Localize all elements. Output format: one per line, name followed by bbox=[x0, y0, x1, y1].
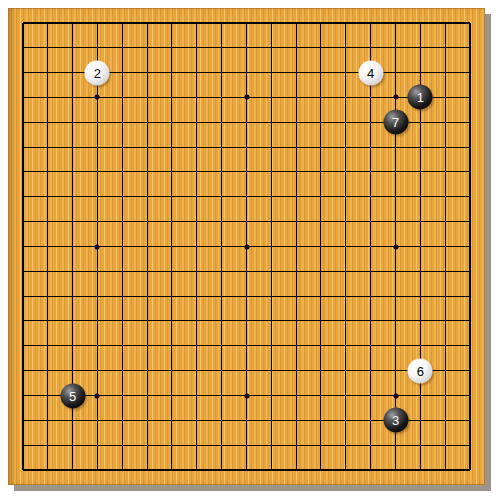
grid-line-horizontal bbox=[23, 271, 470, 272]
star-point bbox=[393, 393, 398, 398]
grid-line-vertical bbox=[345, 23, 346, 470]
grid-line-horizontal bbox=[23, 296, 470, 297]
grid-line-vertical bbox=[271, 23, 272, 470]
go-board[interactable]: 1234567 bbox=[8, 8, 485, 485]
move-number: 3 bbox=[392, 414, 399, 427]
star-point bbox=[244, 95, 249, 100]
grid-line-horizontal bbox=[23, 445, 470, 446]
grid-line-horizontal bbox=[23, 370, 470, 371]
star-point bbox=[393, 244, 398, 249]
grid-line-horizontal bbox=[23, 320, 470, 321]
move-number: 6 bbox=[417, 364, 424, 377]
black-stone-Q15: 7 bbox=[383, 110, 408, 135]
grid-line-vertical bbox=[320, 23, 321, 470]
move-number: 5 bbox=[69, 389, 76, 402]
move-number: 7 bbox=[392, 116, 399, 129]
white-stone-R5: 6 bbox=[408, 358, 433, 383]
white-stone-P17: 4 bbox=[358, 60, 383, 85]
board-grid: 1234567 bbox=[23, 23, 470, 470]
grid-line-horizontal bbox=[23, 345, 470, 346]
black-stone-C4: 5 bbox=[60, 383, 85, 408]
grid-line-vertical bbox=[469, 23, 471, 470]
black-stone-Q3: 3 bbox=[383, 408, 408, 433]
grid-line-vertical bbox=[445, 23, 446, 470]
grid-line-vertical bbox=[370, 23, 371, 470]
star-point bbox=[95, 393, 100, 398]
star-point bbox=[95, 95, 100, 100]
move-number: 4 bbox=[367, 66, 374, 79]
page: 1234567 bbox=[0, 0, 500, 500]
star-point bbox=[393, 95, 398, 100]
move-number: 2 bbox=[94, 66, 101, 79]
move-number: 1 bbox=[417, 91, 424, 104]
black-stone-R16: 1 bbox=[408, 85, 433, 110]
grid-line-horizontal bbox=[23, 469, 470, 471]
grid-line-vertical bbox=[296, 23, 297, 470]
star-point bbox=[95, 244, 100, 249]
star-point bbox=[244, 393, 249, 398]
star-point bbox=[244, 244, 249, 249]
white-stone-D17: 2 bbox=[85, 60, 110, 85]
